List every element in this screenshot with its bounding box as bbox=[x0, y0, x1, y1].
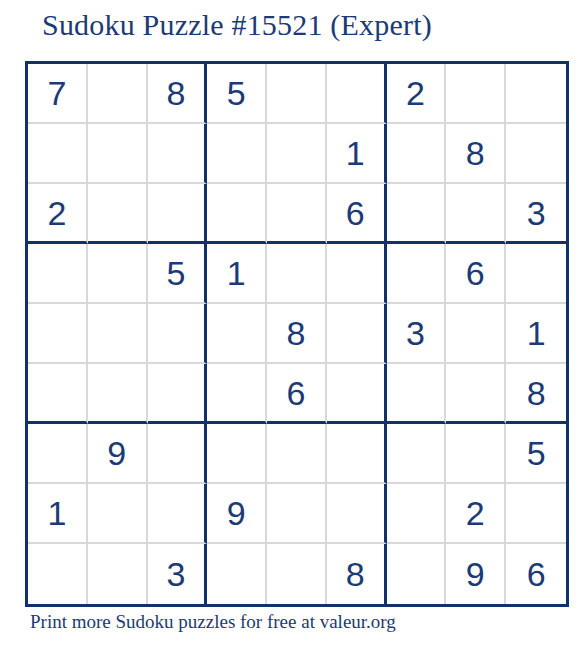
cell-r3c7 bbox=[387, 184, 447, 244]
cell-r2c1 bbox=[28, 124, 88, 184]
cell-r2c9 bbox=[506, 124, 566, 184]
cell-r5c2 bbox=[88, 304, 148, 364]
cell-r5c7: 3 bbox=[387, 304, 447, 364]
cell-r5c8 bbox=[446, 304, 506, 364]
cell-r1c6 bbox=[327, 64, 387, 124]
cell-r3c6: 6 bbox=[327, 184, 387, 244]
cell-r4c5 bbox=[267, 244, 327, 304]
cell-r1c8 bbox=[446, 64, 506, 124]
cell-r1c3: 8 bbox=[148, 64, 208, 124]
cell-r1c4: 5 bbox=[207, 64, 267, 124]
cell-r8c6 bbox=[327, 484, 387, 544]
cell-r2c7 bbox=[387, 124, 447, 184]
cell-r8c1: 1 bbox=[28, 484, 88, 544]
cell-r9c2 bbox=[88, 544, 148, 604]
cell-r4c7 bbox=[387, 244, 447, 304]
cell-r6c1 bbox=[28, 364, 88, 424]
cell-r9c9: 6 bbox=[506, 544, 566, 604]
cell-r5c9: 1 bbox=[506, 304, 566, 364]
cell-r2c3 bbox=[148, 124, 208, 184]
cell-r9c3: 3 bbox=[148, 544, 208, 604]
cell-r1c1: 7 bbox=[28, 64, 88, 124]
footer-credit: Print more Sudoku puzzles for free at va… bbox=[30, 611, 396, 633]
cell-r6c9: 8 bbox=[506, 364, 566, 424]
cell-r6c2 bbox=[88, 364, 148, 424]
cell-r9c4 bbox=[207, 544, 267, 604]
cell-r7c5 bbox=[267, 424, 327, 484]
cell-r5c4 bbox=[207, 304, 267, 364]
cell-r6c8 bbox=[446, 364, 506, 424]
cell-r5c3 bbox=[148, 304, 208, 364]
cell-r2c6: 1 bbox=[327, 124, 387, 184]
cell-r2c2 bbox=[88, 124, 148, 184]
cell-r8c4: 9 bbox=[207, 484, 267, 544]
cell-r4c6 bbox=[327, 244, 387, 304]
cell-r6c4 bbox=[207, 364, 267, 424]
cell-r1c9 bbox=[506, 64, 566, 124]
cell-r8c3 bbox=[148, 484, 208, 544]
cell-r8c2 bbox=[88, 484, 148, 544]
cell-r2c5 bbox=[267, 124, 327, 184]
cell-r3c2 bbox=[88, 184, 148, 244]
cell-r7c8 bbox=[446, 424, 506, 484]
cell-r7c4 bbox=[207, 424, 267, 484]
cell-r9c1 bbox=[28, 544, 88, 604]
cell-r1c2 bbox=[88, 64, 148, 124]
cell-r7c3 bbox=[148, 424, 208, 484]
cell-r4c8: 6 bbox=[446, 244, 506, 304]
cell-r9c5 bbox=[267, 544, 327, 604]
cell-r8c8: 2 bbox=[446, 484, 506, 544]
cell-r9c8: 9 bbox=[446, 544, 506, 604]
page-title: Sudoku Puzzle #15521 (Expert) bbox=[42, 8, 432, 42]
cell-r5c5: 8 bbox=[267, 304, 327, 364]
cell-r7c7 bbox=[387, 424, 447, 484]
cell-r1c7: 2 bbox=[387, 64, 447, 124]
cell-r7c1 bbox=[28, 424, 88, 484]
sudoku-board: 78521826351683168951923896 bbox=[25, 61, 569, 607]
cell-r6c5: 6 bbox=[267, 364, 327, 424]
cell-r9c7 bbox=[387, 544, 447, 604]
cell-r8c7 bbox=[387, 484, 447, 544]
cell-r2c8: 8 bbox=[446, 124, 506, 184]
cell-r3c3 bbox=[148, 184, 208, 244]
cell-r8c5 bbox=[267, 484, 327, 544]
cell-r2c4 bbox=[207, 124, 267, 184]
cell-r8c9 bbox=[506, 484, 566, 544]
cell-r7c2: 9 bbox=[88, 424, 148, 484]
cell-r4c3: 5 bbox=[148, 244, 208, 304]
cell-r4c2 bbox=[88, 244, 148, 304]
cell-r4c9 bbox=[506, 244, 566, 304]
cell-r6c7 bbox=[387, 364, 447, 424]
cell-r7c9: 5 bbox=[506, 424, 566, 484]
cell-r3c4 bbox=[207, 184, 267, 244]
cell-r1c5 bbox=[267, 64, 327, 124]
cell-r5c1 bbox=[28, 304, 88, 364]
cell-r7c6 bbox=[327, 424, 387, 484]
cell-r3c5 bbox=[267, 184, 327, 244]
cell-r6c3 bbox=[148, 364, 208, 424]
cell-r3c8 bbox=[446, 184, 506, 244]
cell-r6c6 bbox=[327, 364, 387, 424]
cell-r5c6 bbox=[327, 304, 387, 364]
cell-r4c1 bbox=[28, 244, 88, 304]
cell-r4c4: 1 bbox=[207, 244, 267, 304]
cell-r9c6: 8 bbox=[327, 544, 387, 604]
cell-r3c1: 2 bbox=[28, 184, 88, 244]
cell-r3c9: 3 bbox=[506, 184, 566, 244]
